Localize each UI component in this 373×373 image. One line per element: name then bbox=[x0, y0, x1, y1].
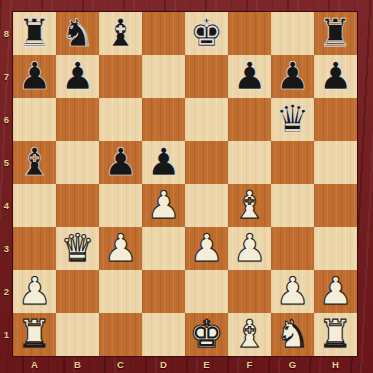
square-d2[interactable] bbox=[142, 270, 185, 313]
square-h4[interactable] bbox=[314, 184, 357, 227]
rank-labels: 8 7 6 5 4 3 2 1 bbox=[0, 12, 13, 356]
white-pawn-piece[interactable]: ♟ bbox=[103, 229, 137, 267]
chess-board-frame: 8 7 6 5 4 3 2 1 ♜♞♝♚♜♟♟♟♟♟♛♝♟♟♟♝♛♟♟♟♟♟♟♜… bbox=[0, 0, 373, 373]
black-pawn-piece[interactable]: ♟ bbox=[232, 57, 266, 95]
white-king-piece[interactable]: ♚ bbox=[189, 315, 223, 353]
square-b1[interactable] bbox=[56, 313, 99, 356]
square-c4[interactable] bbox=[99, 184, 142, 227]
square-g6[interactable]: ♛ bbox=[271, 98, 314, 141]
white-rook-piece[interactable]: ♜ bbox=[17, 315, 51, 353]
square-h5[interactable] bbox=[314, 141, 357, 184]
square-h6[interactable] bbox=[314, 98, 357, 141]
square-g1[interactable]: ♞ bbox=[271, 313, 314, 356]
rank-label-8: 8 bbox=[0, 12, 13, 55]
black-pawn-piece[interactable]: ♟ bbox=[146, 143, 180, 181]
rank-label-4: 4 bbox=[0, 184, 13, 227]
square-c1[interactable] bbox=[99, 313, 142, 356]
black-knight-piece[interactable]: ♞ bbox=[60, 14, 94, 52]
square-c2[interactable] bbox=[99, 270, 142, 313]
black-queen-piece[interactable]: ♛ bbox=[275, 100, 309, 138]
white-bishop-piece[interactable]: ♝ bbox=[232, 186, 266, 224]
square-b5[interactable] bbox=[56, 141, 99, 184]
rank-label-3: 3 bbox=[0, 227, 13, 270]
square-e4[interactable] bbox=[185, 184, 228, 227]
square-c6[interactable] bbox=[99, 98, 142, 141]
square-g5[interactable] bbox=[271, 141, 314, 184]
square-d7[interactable] bbox=[142, 55, 185, 98]
square-a1[interactable]: ♜ bbox=[13, 313, 56, 356]
black-pawn-piece[interactable]: ♟ bbox=[103, 143, 137, 181]
square-a8[interactable]: ♜ bbox=[13, 12, 56, 55]
square-h3[interactable] bbox=[314, 227, 357, 270]
square-f6[interactable] bbox=[228, 98, 271, 141]
file-label-f: F bbox=[228, 356, 271, 373]
square-a6[interactable] bbox=[13, 98, 56, 141]
white-pawn-piece[interactable]: ♟ bbox=[17, 272, 51, 310]
square-b7[interactable]: ♟ bbox=[56, 55, 99, 98]
square-g4[interactable] bbox=[271, 184, 314, 227]
square-b2[interactable] bbox=[56, 270, 99, 313]
square-g2[interactable]: ♟ bbox=[271, 270, 314, 313]
white-pawn-piece[interactable]: ♟ bbox=[318, 272, 352, 310]
square-a3[interactable] bbox=[13, 227, 56, 270]
square-e2[interactable] bbox=[185, 270, 228, 313]
square-f4[interactable]: ♝ bbox=[228, 184, 271, 227]
square-f8[interactable] bbox=[228, 12, 271, 55]
square-f2[interactable] bbox=[228, 270, 271, 313]
square-g3[interactable] bbox=[271, 227, 314, 270]
square-a2[interactable]: ♟ bbox=[13, 270, 56, 313]
black-bishop-piece[interactable]: ♝ bbox=[17, 143, 51, 181]
rank-label-5: 5 bbox=[0, 141, 13, 184]
white-pawn-piece[interactable]: ♟ bbox=[232, 229, 266, 267]
rank-label-6: 6 bbox=[0, 98, 13, 141]
white-queen-piece[interactable]: ♛ bbox=[60, 229, 94, 267]
file-label-e: E bbox=[185, 356, 228, 373]
square-b3[interactable]: ♛ bbox=[56, 227, 99, 270]
file-label-c: C bbox=[99, 356, 142, 373]
square-d4[interactable]: ♟ bbox=[142, 184, 185, 227]
rank-label-2: 2 bbox=[0, 270, 13, 313]
square-d5[interactable]: ♟ bbox=[142, 141, 185, 184]
black-bishop-piece[interactable]: ♝ bbox=[103, 14, 137, 52]
white-knight-piece[interactable]: ♞ bbox=[275, 315, 309, 353]
square-b4[interactable] bbox=[56, 184, 99, 227]
square-c8[interactable]: ♝ bbox=[99, 12, 142, 55]
black-rook-piece[interactable]: ♜ bbox=[318, 14, 352, 52]
square-e3[interactable]: ♟ bbox=[185, 227, 228, 270]
square-h7[interactable]: ♟ bbox=[314, 55, 357, 98]
file-label-b: B bbox=[56, 356, 99, 373]
square-a4[interactable] bbox=[13, 184, 56, 227]
black-pawn-piece[interactable]: ♟ bbox=[17, 57, 51, 95]
square-h2[interactable]: ♟ bbox=[314, 270, 357, 313]
chess-board: ♜♞♝♚♜♟♟♟♟♟♛♝♟♟♟♝♛♟♟♟♟♟♟♜♚♝♞♜ bbox=[13, 12, 357, 356]
square-f3[interactable]: ♟ bbox=[228, 227, 271, 270]
square-a5[interactable]: ♝ bbox=[13, 141, 56, 184]
white-pawn-piece[interactable]: ♟ bbox=[146, 186, 180, 224]
white-rook-piece[interactable]: ♜ bbox=[318, 315, 352, 353]
square-a7[interactable]: ♟ bbox=[13, 55, 56, 98]
square-d3[interactable] bbox=[142, 227, 185, 270]
square-e6[interactable] bbox=[185, 98, 228, 141]
rank-label-1: 1 bbox=[0, 313, 13, 356]
file-label-g: G bbox=[271, 356, 314, 373]
square-e8[interactable]: ♚ bbox=[185, 12, 228, 55]
black-king-piece[interactable]: ♚ bbox=[189, 14, 223, 52]
square-g7[interactable]: ♟ bbox=[271, 55, 314, 98]
black-pawn-piece[interactable]: ♟ bbox=[60, 57, 94, 95]
black-pawn-piece[interactable]: ♟ bbox=[318, 57, 352, 95]
black-rook-piece[interactable]: ♜ bbox=[17, 14, 51, 52]
square-e1[interactable]: ♚ bbox=[185, 313, 228, 356]
square-d6[interactable] bbox=[142, 98, 185, 141]
file-label-h: H bbox=[314, 356, 357, 373]
white-pawn-piece[interactable]: ♟ bbox=[189, 229, 223, 267]
white-pawn-piece[interactable]: ♟ bbox=[275, 272, 309, 310]
square-e5[interactable] bbox=[185, 141, 228, 184]
square-c5[interactable]: ♟ bbox=[99, 141, 142, 184]
square-g8[interactable] bbox=[271, 12, 314, 55]
file-label-d: D bbox=[142, 356, 185, 373]
black-pawn-piece[interactable]: ♟ bbox=[275, 57, 309, 95]
square-f5[interactable] bbox=[228, 141, 271, 184]
square-d8[interactable] bbox=[142, 12, 185, 55]
square-e7[interactable] bbox=[185, 55, 228, 98]
square-c3[interactable]: ♟ bbox=[99, 227, 142, 270]
square-h1[interactable]: ♜ bbox=[314, 313, 357, 356]
square-h8[interactable]: ♜ bbox=[314, 12, 357, 55]
file-labels: A B C D E F G H bbox=[13, 356, 357, 373]
rank-label-7: 7 bbox=[0, 55, 13, 98]
square-b6[interactable] bbox=[56, 98, 99, 141]
square-c7[interactable] bbox=[99, 55, 142, 98]
square-b8[interactable]: ♞ bbox=[56, 12, 99, 55]
square-f7[interactable]: ♟ bbox=[228, 55, 271, 98]
square-f1[interactable]: ♝ bbox=[228, 313, 271, 356]
square-d1[interactable] bbox=[142, 313, 185, 356]
white-bishop-piece[interactable]: ♝ bbox=[232, 315, 266, 353]
file-label-a: A bbox=[13, 356, 56, 373]
